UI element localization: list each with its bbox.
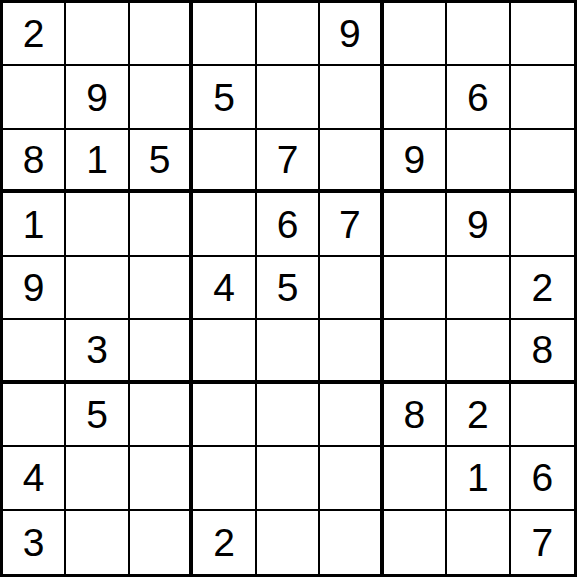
cell-r4c1[interactable]: 1 [3, 193, 66, 256]
cell-r9c2[interactable] [66, 511, 129, 574]
cell-r4c3[interactable] [130, 193, 193, 256]
cell-r2c3[interactable] [130, 66, 193, 129]
cell-r2c5[interactable] [257, 66, 320, 129]
cell-r7c8[interactable]: 2 [447, 384, 510, 447]
cell-r4c4[interactable] [193, 193, 256, 256]
cell-r7c9[interactable] [511, 384, 574, 447]
cell-r9c9[interactable]: 7 [511, 511, 574, 574]
cell-r8c7[interactable] [384, 447, 447, 510]
cell-r2c9[interactable] [511, 66, 574, 129]
cell-r2c6[interactable] [320, 66, 383, 129]
cell-r3c7[interactable]: 9 [384, 130, 447, 193]
cell-r5c5[interactable]: 5 [257, 257, 320, 320]
cell-r3c4[interactable] [193, 130, 256, 193]
cell-r1c1[interactable]: 2 [3, 3, 66, 66]
cell-r8c8[interactable]: 1 [447, 447, 510, 510]
cell-r9c6[interactable] [320, 511, 383, 574]
cell-r5c6[interactable] [320, 257, 383, 320]
cell-r5c8[interactable] [447, 257, 510, 320]
cell-r3c6[interactable] [320, 130, 383, 193]
cell-r8c9[interactable]: 6 [511, 447, 574, 510]
cell-r1c2[interactable] [66, 3, 129, 66]
cell-r8c2[interactable] [66, 447, 129, 510]
sudoku-board: 29956815791679945238582416327 [0, 0, 577, 577]
cell-r4c5[interactable]: 6 [257, 193, 320, 256]
cell-r4c6[interactable]: 7 [320, 193, 383, 256]
cell-r5c9[interactable]: 2 [511, 257, 574, 320]
cell-r5c1[interactable]: 9 [3, 257, 66, 320]
cell-r1c4[interactable] [193, 3, 256, 66]
cell-r9c3[interactable] [130, 511, 193, 574]
cell-r1c9[interactable] [511, 3, 574, 66]
cell-r6c9[interactable]: 8 [511, 320, 574, 383]
cell-r6c4[interactable] [193, 320, 256, 383]
cell-r7c2[interactable]: 5 [66, 384, 129, 447]
cell-r3c1[interactable]: 8 [3, 130, 66, 193]
cell-r9c8[interactable] [447, 511, 510, 574]
cell-r5c2[interactable] [66, 257, 129, 320]
cell-r3c5[interactable]: 7 [257, 130, 320, 193]
cell-r8c5[interactable] [257, 447, 320, 510]
cell-r6c2[interactable]: 3 [66, 320, 129, 383]
cell-r5c7[interactable] [384, 257, 447, 320]
cell-r2c4[interactable]: 5 [193, 66, 256, 129]
cell-r5c3[interactable] [130, 257, 193, 320]
cell-r9c7[interactable] [384, 511, 447, 574]
cell-r6c3[interactable] [130, 320, 193, 383]
cell-r6c1[interactable] [3, 320, 66, 383]
cell-r2c2[interactable]: 9 [66, 66, 129, 129]
cell-r8c1[interactable]: 4 [3, 447, 66, 510]
cell-r7c5[interactable] [257, 384, 320, 447]
cell-r8c6[interactable] [320, 447, 383, 510]
cell-r2c8[interactable]: 6 [447, 66, 510, 129]
cell-r9c4[interactable]: 2 [193, 511, 256, 574]
cell-r7c6[interactable] [320, 384, 383, 447]
cell-r6c8[interactable] [447, 320, 510, 383]
cell-r5c4[interactable]: 4 [193, 257, 256, 320]
cell-r6c7[interactable] [384, 320, 447, 383]
cell-r8c3[interactable] [130, 447, 193, 510]
cell-r4c2[interactable] [66, 193, 129, 256]
cell-r6c6[interactable] [320, 320, 383, 383]
cell-r2c1[interactable] [3, 66, 66, 129]
cell-r7c1[interactable] [3, 384, 66, 447]
cell-r3c2[interactable]: 1 [66, 130, 129, 193]
cell-r1c7[interactable] [384, 3, 447, 66]
cell-r1c5[interactable] [257, 3, 320, 66]
cell-r7c3[interactable] [130, 384, 193, 447]
cell-r3c3[interactable]: 5 [130, 130, 193, 193]
cell-r9c5[interactable] [257, 511, 320, 574]
cell-r7c4[interactable] [193, 384, 256, 447]
cell-r8c4[interactable] [193, 447, 256, 510]
cell-r3c9[interactable] [511, 130, 574, 193]
cell-r1c8[interactable] [447, 3, 510, 66]
cell-r4c7[interactable] [384, 193, 447, 256]
cell-r3c8[interactable] [447, 130, 510, 193]
cell-r9c1[interactable]: 3 [3, 511, 66, 574]
cell-r7c7[interactable]: 8 [384, 384, 447, 447]
cell-r4c8[interactable]: 9 [447, 193, 510, 256]
cell-r4c9[interactable] [511, 193, 574, 256]
cell-r6c5[interactable] [257, 320, 320, 383]
cell-r1c3[interactable] [130, 3, 193, 66]
cell-r1c6[interactable]: 9 [320, 3, 383, 66]
cell-r2c7[interactable] [384, 66, 447, 129]
